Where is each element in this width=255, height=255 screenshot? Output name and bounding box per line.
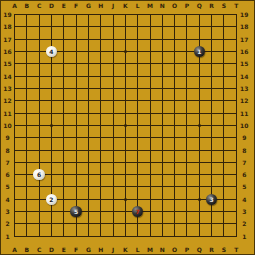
coord-label-left: 10 <box>2 122 13 129</box>
move-number: 6 <box>33 169 45 181</box>
coord-label-bottom: M <box>145 246 155 253</box>
coord-label-top: L <box>133 2 143 9</box>
coord-label-left: 8 <box>2 147 13 154</box>
coord-label-right: 4 <box>239 196 250 203</box>
coord-label-top: F <box>71 2 81 9</box>
coord-label-left: 3 <box>2 208 13 215</box>
coord-label-right: 6 <box>239 171 250 178</box>
coord-label-top: J <box>108 2 118 9</box>
coord-label-top: H <box>96 2 106 9</box>
stone-black-L3: 7 <box>132 206 144 218</box>
coord-label-top: G <box>83 2 93 9</box>
stone-black-R4: 3 <box>206 194 218 206</box>
coord-label-right: 11 <box>239 110 250 117</box>
coord-label-top: A <box>10 2 20 9</box>
move-number: 5 <box>70 206 82 218</box>
stone-black-F3: 5 <box>70 206 82 218</box>
stone-white-C6: 6 <box>33 169 45 181</box>
coord-label-bottom: Q <box>194 246 204 253</box>
coord-label-bottom: N <box>157 246 167 253</box>
move-number-last: 7 <box>132 206 144 218</box>
grid-vline <box>186 15 187 237</box>
coord-label-top: S <box>219 2 229 9</box>
star-point <box>198 124 201 127</box>
grid-hline <box>15 137 237 138</box>
coord-label-left: 12 <box>2 97 13 104</box>
coord-label-bottom: O <box>170 246 180 253</box>
coord-label-right: 15 <box>239 60 250 67</box>
coord-label-bottom: R <box>207 246 217 253</box>
coord-label-bottom: S <box>219 246 229 253</box>
coord-label-right: 16 <box>239 48 250 55</box>
coord-label-bottom: P <box>182 246 192 253</box>
move-number: 1 <box>194 46 206 58</box>
star-point <box>50 124 53 127</box>
coord-label-bottom: H <box>96 246 106 253</box>
coord-label-left: 17 <box>2 36 13 43</box>
coord-label-left: 7 <box>2 159 13 166</box>
coord-label-left: 18 <box>2 23 13 30</box>
coord-label-left: 16 <box>2 48 13 55</box>
grid-vline <box>162 15 163 237</box>
coord-label-left: 13 <box>2 85 13 92</box>
coord-label-left: 9 <box>2 134 13 141</box>
coord-label-bottom: D <box>46 246 56 253</box>
star-point <box>198 198 201 201</box>
coord-label-right: 14 <box>239 73 250 80</box>
grid-vline <box>223 15 224 237</box>
coord-label-right: 1 <box>239 233 250 240</box>
coord-label-top: P <box>182 2 192 9</box>
coord-label-bottom: J <box>108 246 118 253</box>
stone-black-Q16: 1 <box>194 46 206 58</box>
coord-label-top: C <box>34 2 44 9</box>
coord-label-top: N <box>157 2 167 9</box>
coord-label-bottom: T <box>231 246 241 253</box>
coord-label-top: B <box>22 2 32 9</box>
coord-label-top: D <box>46 2 56 9</box>
coord-label-left: 19 <box>2 11 13 18</box>
coord-label-right: 2 <box>239 220 250 227</box>
grid-vline <box>150 15 151 237</box>
coord-label-top: M <box>145 2 155 9</box>
grid-hline <box>15 174 237 175</box>
coord-label-right: 5 <box>239 183 250 190</box>
coord-label-right: 9 <box>239 134 250 141</box>
coord-label-bottom: E <box>59 246 69 253</box>
move-number: 2 <box>46 194 58 206</box>
coord-label-top: E <box>59 2 69 9</box>
coord-label-right: 19 <box>239 11 250 18</box>
star-point <box>124 124 127 127</box>
coord-label-bottom: L <box>133 246 143 253</box>
coord-label-left: 2 <box>2 220 13 227</box>
grid-vline <box>174 15 175 237</box>
go-board[interactable]: AABBCCDDEEFFGGHHJJKKLLMMNNOOPPQQRRSSTT19… <box>0 0 255 255</box>
coord-label-right: 8 <box>239 147 250 154</box>
coord-label-left: 1 <box>2 233 13 240</box>
coord-label-right: 7 <box>239 159 250 166</box>
coord-label-top: T <box>231 2 241 9</box>
coord-label-bottom: G <box>83 246 93 253</box>
move-number: 3 <box>206 194 218 206</box>
coord-label-right: 13 <box>239 85 250 92</box>
coord-label-bottom: A <box>10 246 20 253</box>
star-point <box>124 198 127 201</box>
coord-label-top: O <box>170 2 180 9</box>
coord-label-right: 18 <box>239 23 250 30</box>
coord-label-right: 17 <box>239 36 250 43</box>
coord-label-right: 12 <box>239 97 250 104</box>
coord-label-top: K <box>120 2 130 9</box>
coord-label-left: 11 <box>2 110 13 117</box>
coord-label-bottom: C <box>34 246 44 253</box>
coord-label-right: 3 <box>239 208 250 215</box>
grid-hline <box>15 150 237 151</box>
coord-label-bottom: F <box>71 246 81 253</box>
coord-label-left: 5 <box>2 183 13 190</box>
move-number: 4 <box>46 46 58 58</box>
grid-hline <box>15 211 237 212</box>
grid-vline <box>137 15 138 237</box>
coord-label-left: 6 <box>2 171 13 178</box>
coord-label-left: 4 <box>2 196 13 203</box>
stone-white-D16: 4 <box>46 46 58 58</box>
coord-label-left: 14 <box>2 73 13 80</box>
coord-label-bottom: K <box>120 246 130 253</box>
coord-label-bottom: B <box>22 246 32 253</box>
grid-hline <box>15 186 237 187</box>
star-point <box>124 50 127 53</box>
coord-label-top: Q <box>194 2 204 9</box>
grid-hline <box>15 223 237 224</box>
coord-label-right: 10 <box>239 122 250 129</box>
coord-label-top: R <box>207 2 217 9</box>
grid-hline <box>15 162 237 163</box>
screenshot-root: AABBCCDDEEFFGGHHJJKKLLMMNNOOPPQQRRSSTT19… <box>0 0 255 255</box>
coord-label-left: 15 <box>2 60 13 67</box>
stone-white-D4: 2 <box>46 194 58 206</box>
